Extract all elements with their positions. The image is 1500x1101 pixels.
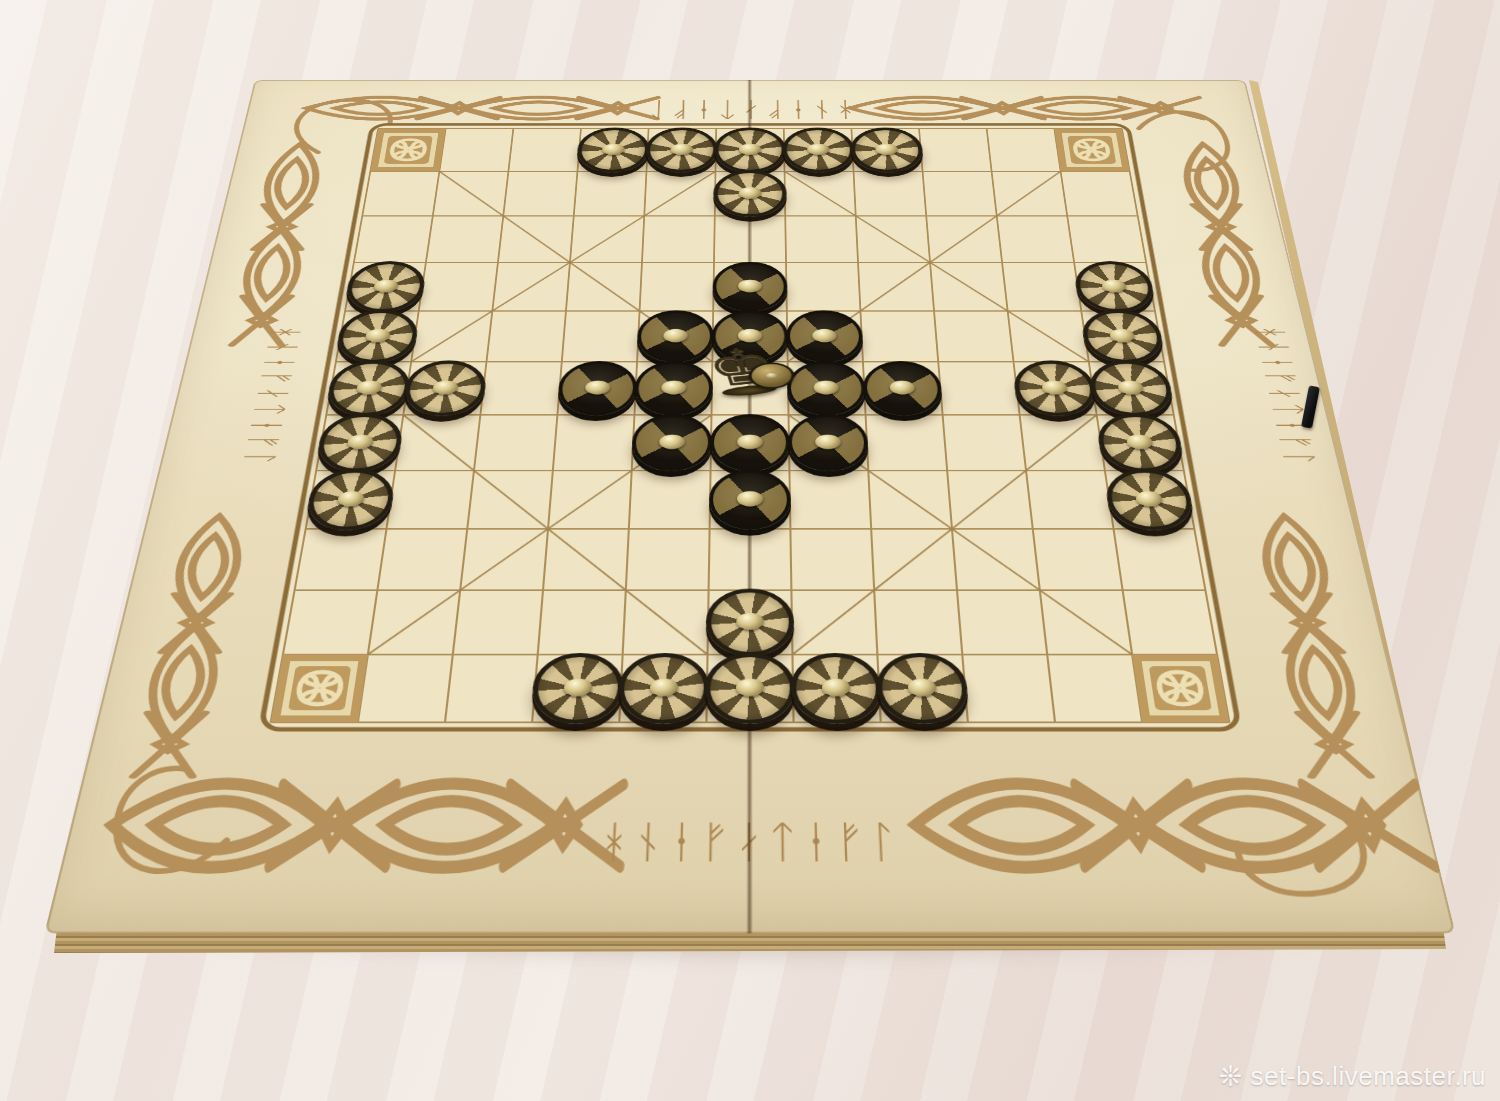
attacker-piece[interactable] [850,128,925,173]
attacker-piece[interactable] [343,261,428,312]
defender-piece[interactable] [710,414,791,471]
hnefatafl-board: ᚼᚾᛂᚠᛅᛏᛂᚠᛚ ᚼᚾᛂᚠᛅᛏᛂᚠᛚ ᚼᚾᛂᚠᛅᛏᛂᚠᛚ ᚼᚾᛂᚠᛅᛏᛂᚠᛚ [44,80,1455,934]
livemaster-logo-icon: ❊ [1219,1060,1243,1093]
attacker-piece[interactable] [705,589,794,657]
attacker-piece[interactable] [576,128,651,173]
attacker-piece[interactable] [790,653,883,724]
attacker-piece[interactable] [314,414,405,472]
attacker-piece[interactable] [1072,261,1157,312]
defender-piece[interactable] [786,310,864,362]
attacker-piece[interactable] [324,360,413,416]
attacker-piece[interactable] [617,653,710,724]
defender-piece[interactable] [712,262,787,312]
defender-piece[interactable] [787,361,867,415]
defender-piece[interactable] [556,361,638,415]
photo-scene: ᚼᚾᛂᚠᛅᛏᛂᚠᛚ ᚼᚾᛂᚠᛅᛏᛂᚠᛚ ᚼᚾᛂᚠᛅᛏᛂᚠᛚ ᚼᚾᛂᚠᛅᛏᛂᚠᛚ [0,0,1500,1101]
attacker-piece[interactable] [1079,310,1166,363]
attacker-piece[interactable] [645,128,718,173]
attacker-piece[interactable] [530,653,625,724]
attacker-piece[interactable] [1103,469,1197,530]
attacker-piece[interactable] [334,310,421,363]
attacker-piece[interactable] [704,653,796,724]
defender-piece[interactable] [788,414,870,471]
attacker-piece[interactable] [1095,414,1186,472]
attacker-piece[interactable] [1087,360,1176,416]
board-surface: ᚼᚾᛂᚠᛅᛏᛂᚠᛚ ᚼᚾᛂᚠᛅᛏᛂᚠᛚ ᚼᚾᛂᚠᛅᛏᛂᚠᛚ ᚼᚾᛂᚠᛅᛏᛂᚠᛚ [44,80,1455,934]
watermark: ❊ set-bs.livemaster.ru [1219,1060,1486,1093]
attacker-piece[interactable] [713,170,787,217]
pieces-layer: ♚ [44,80,1455,934]
attacker-piece[interactable] [303,469,397,530]
runes-bottom: ᚼᚾᛂᚠᛅᛏᛂᚠᛚ [597,816,903,868]
attacker-piece[interactable] [714,128,787,173]
defender-piece[interactable] [709,470,792,530]
attacker-piece[interactable] [875,653,970,724]
attacker-piece[interactable] [1011,360,1098,416]
attacker-piece[interactable] [782,128,855,173]
watermark-text: set-bs.livemaster.ru [1251,1061,1486,1092]
defender-piece[interactable] [631,414,713,471]
attacker-piece[interactable] [401,360,488,416]
defender-piece[interactable] [862,361,944,415]
